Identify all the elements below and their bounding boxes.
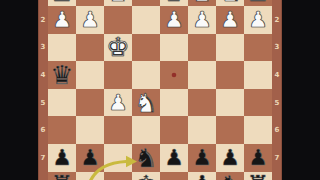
square-a2[interactable]: ♟ xyxy=(244,6,272,34)
piece-white-knight[interactable]: ♞ xyxy=(218,0,241,5)
piece-white-bishop[interactable]: ♝ xyxy=(190,0,213,5)
square-a8[interactable]: ♜ xyxy=(244,172,272,180)
piece-white-rook[interactable]: ♜ xyxy=(50,0,73,5)
square-f5[interactable]: ♟ xyxy=(104,89,132,117)
square-e5[interactable]: ♞ xyxy=(132,89,160,117)
square-g7[interactable]: ♟ xyxy=(76,144,104,172)
square-e2[interactable] xyxy=(132,6,160,34)
piece-black-pawn[interactable]: ♟ xyxy=(80,147,100,169)
square-e7[interactable]: ♞ xyxy=(132,144,160,172)
piece-black-queen[interactable]: ♛ xyxy=(50,62,73,88)
rank-label-5-left: 5 xyxy=(38,99,48,107)
square-d2[interactable]: ♟ xyxy=(160,6,188,34)
square-f4[interactable] xyxy=(104,61,132,89)
piece-black-pawn[interactable]: ♟ xyxy=(52,147,72,169)
square-d4[interactable] xyxy=(160,61,188,89)
square-f3[interactable]: ♚ xyxy=(104,34,132,62)
square-g3[interactable] xyxy=(76,34,104,62)
square-h3[interactable] xyxy=(48,34,76,62)
square-g5[interactable] xyxy=(76,89,104,117)
square-h8[interactable]: ♜ xyxy=(48,172,76,180)
square-a7[interactable]: ♟ xyxy=(244,144,272,172)
piece-black-knight[interactable]: ♞ xyxy=(134,145,157,171)
square-h4[interactable]: ♛ xyxy=(48,61,76,89)
square-c4[interactable] xyxy=(188,61,216,89)
square-c8[interactable]: ♝ xyxy=(188,172,216,180)
square-a3[interactable] xyxy=(244,34,272,62)
square-d8[interactable] xyxy=(160,172,188,180)
rank-label-3-right: 3 xyxy=(272,43,282,51)
square-g6[interactable] xyxy=(76,116,104,144)
piece-white-pawn[interactable]: ♟ xyxy=(108,92,128,114)
square-d3[interactable] xyxy=(160,34,188,62)
rank-label-7-left: 7 xyxy=(38,154,48,162)
piece-black-bishop[interactable]: ♝ xyxy=(190,172,213,180)
square-g2[interactable]: ♟ xyxy=(76,6,104,34)
rank-label-4-left: 4 xyxy=(38,71,48,79)
rank-label-7-right: 7 xyxy=(272,154,282,162)
square-b4[interactable] xyxy=(216,61,244,89)
square-b3[interactable] xyxy=(216,34,244,62)
rank-label-5-right: 5 xyxy=(272,99,282,107)
rank-label-6-left: 6 xyxy=(38,126,48,134)
piece-black-rook[interactable]: ♜ xyxy=(246,172,269,180)
rank-label-2-left: 2 xyxy=(38,16,48,24)
piece-white-pawn[interactable]: ♟ xyxy=(164,9,184,31)
square-b5[interactable] xyxy=(216,89,244,117)
square-h5[interactable] xyxy=(48,89,76,117)
piece-white-pawn[interactable]: ♟ xyxy=(52,9,72,31)
square-c5[interactable] xyxy=(188,89,216,117)
piece-black-pawn[interactable]: ♟ xyxy=(220,147,240,169)
square-e8[interactable]: ♚ xyxy=(132,172,160,180)
piece-white-pawn[interactable]: ♟ xyxy=(248,9,268,31)
square-c7[interactable]: ♟ xyxy=(188,144,216,172)
piece-black-knight[interactable]: ♞ xyxy=(218,172,241,180)
square-g4[interactable] xyxy=(76,61,104,89)
piece-white-pawn[interactable]: ♟ xyxy=(220,9,240,31)
square-d6[interactable] xyxy=(160,116,188,144)
square-f2[interactable] xyxy=(104,6,132,34)
square-h7[interactable]: ♟ xyxy=(48,144,76,172)
rank-label-4-right: 4 xyxy=(272,71,282,79)
square-e6[interactable] xyxy=(132,116,160,144)
square-b7[interactable]: ♟ xyxy=(216,144,244,172)
square-a5[interactable] xyxy=(244,89,272,117)
square-b6[interactable] xyxy=(216,116,244,144)
square-d5[interactable] xyxy=(160,89,188,117)
square-e3[interactable] xyxy=(132,34,160,62)
piece-white-bishop[interactable]: ♝ xyxy=(106,0,129,5)
piece-black-rook[interactable]: ♜ xyxy=(50,172,73,180)
piece-black-pawn[interactable]: ♟ xyxy=(248,147,268,169)
piece-white-king[interactable]: ♚ xyxy=(106,34,129,60)
chess-video-frame: ♜♝♛♝♞♜♟♟♟♟♟♟♚♛♟♞♟♟♞♟♟♟♟♜♚♝♞♜ 22334455667… xyxy=(0,0,320,180)
piece-white-pawn[interactable]: ♟ xyxy=(192,9,212,31)
square-c2[interactable]: ♟ xyxy=(188,6,216,34)
square-g8[interactable] xyxy=(76,172,104,180)
square-d7[interactable]: ♟ xyxy=(160,144,188,172)
piece-white-queen[interactable]: ♛ xyxy=(162,0,185,5)
square-h6[interactable] xyxy=(48,116,76,144)
square-f6[interactable] xyxy=(104,116,132,144)
piece-black-pawn[interactable]: ♟ xyxy=(164,147,184,169)
square-f8[interactable] xyxy=(104,172,132,180)
square-b8[interactable]: ♞ xyxy=(216,172,244,180)
square-a4[interactable] xyxy=(244,61,272,89)
piece-white-rook[interactable]: ♜ xyxy=(246,0,269,5)
square-c3[interactable] xyxy=(188,34,216,62)
rank-label-3-left: 3 xyxy=(38,43,48,51)
square-h2[interactable]: ♟ xyxy=(48,6,76,34)
square-c6[interactable] xyxy=(188,116,216,144)
piece-black-king[interactable]: ♚ xyxy=(134,172,157,180)
piece-black-pawn[interactable]: ♟ xyxy=(192,147,212,169)
square-b2[interactable]: ♟ xyxy=(216,6,244,34)
rank-label-2-right: 2 xyxy=(272,16,282,24)
piece-white-pawn[interactable]: ♟ xyxy=(80,9,100,31)
square-e4[interactable] xyxy=(132,61,160,89)
rank-label-6-right: 6 xyxy=(272,126,282,134)
square-f7[interactable] xyxy=(104,144,132,172)
square-a6[interactable] xyxy=(244,116,272,144)
board[interactable]: ♜♝♛♝♞♜♟♟♟♟♟♟♚♛♟♞♟♟♞♟♟♟♟♜♚♝♞♜ xyxy=(48,0,272,180)
piece-white-knight[interactable]: ♞ xyxy=(134,90,157,116)
